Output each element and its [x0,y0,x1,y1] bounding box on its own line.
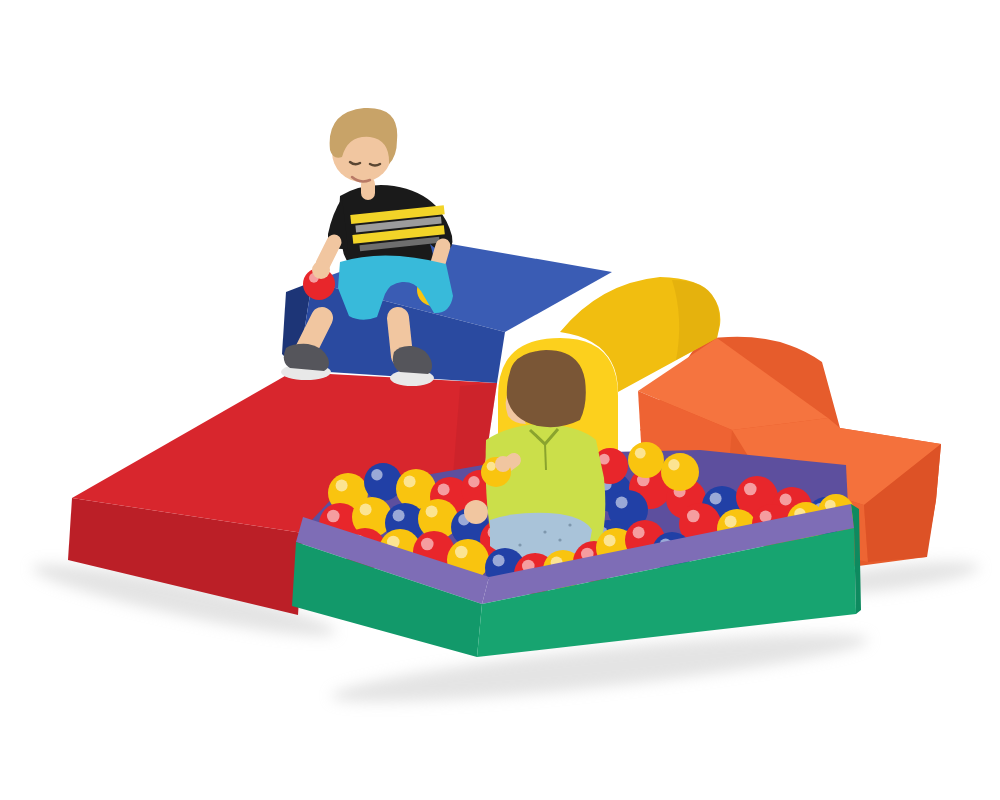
ball-highlight [635,448,646,459]
toddler-placket [545,444,546,470]
product-photo [0,0,1000,800]
ball-highlight [744,483,757,496]
denim-speckle [568,523,571,526]
toddler-hand [495,456,511,472]
ball-highlight [404,475,416,487]
denim-speckle [558,538,561,541]
ball-highlight [360,503,372,515]
ball-blue [364,463,402,501]
ball-highlight [616,496,628,508]
ball-highlight [421,538,434,551]
toddler-hair [507,350,586,427]
ball-highlight [604,534,616,546]
ball-highlight [633,526,645,538]
ball-highlight [438,483,450,495]
ball-highlight [487,462,496,471]
ball-yellow [661,453,699,491]
ball-highlight [725,515,737,527]
toddler-knee [464,500,488,524]
boy-left-hand [312,261,330,279]
denim-speckle [543,530,546,533]
ball-highlight [371,469,382,480]
ball-highlight [668,459,679,470]
ball-highlight [336,479,348,491]
ball-highlight [426,505,438,517]
play-set-illustration [0,0,1000,800]
ball-highlight [327,510,340,523]
ball-highlight [393,509,405,521]
denim-speckle [518,543,521,546]
ball-highlight [710,492,722,504]
ball-highlight [687,510,700,523]
ball-yellow [628,442,664,478]
ball-highlight [780,493,792,505]
ball-highlight [455,546,468,559]
boy-left-forearm [323,242,334,264]
ball-highlight [468,476,479,487]
ball-highlight [493,554,505,566]
